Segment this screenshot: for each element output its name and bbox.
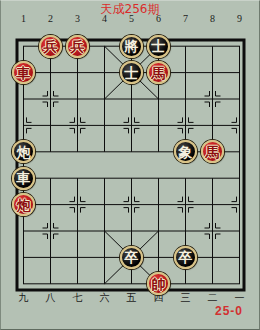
file-label: 二 <box>199 291 226 305</box>
file-label: 六 <box>91 291 118 305</box>
piece-black-chariot[interactable]: 車 <box>12 167 35 190</box>
xiangqi-board[interactable]: 兵兵將士車士馬炮象馬車炮卒卒帥 <box>10 33 253 297</box>
file-label: 五 <box>118 291 145 305</box>
file-labels-bottom: 九八七六五四三二一 <box>10 291 253 305</box>
file-label: 一 <box>226 291 253 305</box>
piece-black-general[interactable]: 將 <box>120 35 143 58</box>
score-counter: 25-0 <box>215 304 243 318</box>
file-label: 三 <box>172 291 199 305</box>
piece-red-soldier[interactable]: 兵 <box>66 35 89 58</box>
piece-red-horse[interactable]: 馬 <box>201 140 224 163</box>
piece-black-elephant[interactable]: 象 <box>174 140 197 163</box>
piece-red-chariot[interactable]: 車 <box>12 61 35 84</box>
piece-black-soldier[interactable]: 卒 <box>174 246 197 269</box>
file-label: 九 <box>10 291 37 305</box>
piece-red-horse[interactable]: 馬 <box>147 61 170 84</box>
file-label: 八 <box>37 291 64 305</box>
piece-red-cannon[interactable]: 炮 <box>12 193 35 216</box>
piece-black-advisor[interactable]: 士 <box>147 35 170 58</box>
piece-black-cannon[interactable]: 炮 <box>12 140 35 163</box>
file-label: 七 <box>64 291 91 305</box>
piece-black-soldier[interactable]: 卒 <box>120 246 143 269</box>
xiangqi-app-window: 天成256期 123456789 兵兵將士車士馬炮象馬車炮卒卒帥 九八七六五四三… <box>0 0 260 330</box>
piece-red-soldier[interactable]: 兵 <box>39 35 62 58</box>
piece-black-advisor[interactable]: 士 <box>120 61 143 84</box>
